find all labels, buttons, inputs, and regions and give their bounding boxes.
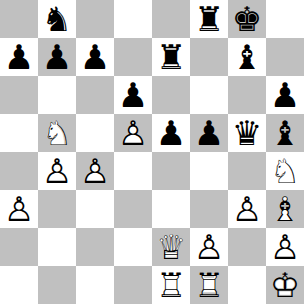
square-b8[interactable]: ♞ (38, 0, 76, 38)
square-e5[interactable]: ♟ (152, 114, 190, 152)
piece-black-pawn[interactable]: ♟ (190, 114, 228, 152)
square-a6[interactable] (0, 76, 38, 114)
square-f1[interactable]: ♜♖ (190, 266, 228, 304)
square-a8[interactable] (0, 0, 38, 38)
piece-black-pawn[interactable]: ♟ (114, 76, 152, 114)
piece-black-bishop[interactable]: ♝ (266, 114, 304, 152)
square-d3[interactable] (114, 190, 152, 228)
square-f2[interactable]: ♟♙ (190, 228, 228, 266)
piece-white-bishop[interactable]: ♗ (266, 190, 304, 228)
square-g8[interactable]: ♚ (228, 0, 266, 38)
square-e2[interactable]: ♛♕ (152, 228, 190, 266)
square-h7[interactable] (266, 38, 304, 76)
square-e3[interactable] (152, 190, 190, 228)
square-b5[interactable]: ♞♘ (38, 114, 76, 152)
piece-black-pawn[interactable]: ♟ (38, 38, 76, 76)
square-g3[interactable]: ♟♙ (228, 190, 266, 228)
square-c2[interactable] (76, 228, 114, 266)
square-e7[interactable]: ♜ (152, 38, 190, 76)
square-c4[interactable]: ♟♙ (76, 152, 114, 190)
square-c1[interactable] (76, 266, 114, 304)
square-d4[interactable] (114, 152, 152, 190)
square-h2[interactable]: ♟♙ (266, 228, 304, 266)
piece-black-knight[interactable]: ♞ (38, 0, 76, 38)
square-f5[interactable]: ♟ (190, 114, 228, 152)
square-g5[interactable]: ♛ (228, 114, 266, 152)
square-g6[interactable] (228, 76, 266, 114)
square-d7[interactable] (114, 38, 152, 76)
piece-white-pawn[interactable]: ♙ (76, 152, 114, 190)
piece-black-queen[interactable]: ♛ (228, 114, 266, 152)
piece-white-pawn[interactable]: ♙ (114, 114, 152, 152)
piece-black-rook[interactable]: ♜ (190, 0, 228, 38)
square-e6[interactable] (152, 76, 190, 114)
square-h6[interactable]: ♟ (266, 76, 304, 114)
piece-white-knight[interactable]: ♘ (38, 114, 76, 152)
square-d1[interactable] (114, 266, 152, 304)
piece-white-pawn[interactable]: ♙ (190, 228, 228, 266)
square-f8[interactable]: ♜ (190, 0, 228, 38)
square-b7[interactable]: ♟ (38, 38, 76, 76)
square-b3[interactable] (38, 190, 76, 228)
square-f3[interactable] (190, 190, 228, 228)
square-a7[interactable]: ♟ (0, 38, 38, 76)
square-a5[interactable] (0, 114, 38, 152)
square-a4[interactable] (0, 152, 38, 190)
square-h5[interactable]: ♝ (266, 114, 304, 152)
square-d6[interactable]: ♟ (114, 76, 152, 114)
square-d8[interactable] (114, 0, 152, 38)
square-f4[interactable] (190, 152, 228, 190)
square-h1[interactable]: ♚♔ (266, 266, 304, 304)
square-a3[interactable]: ♟♙ (0, 190, 38, 228)
chess-board: ♞♜♚♟♟♟♜♝♟♟♞♘♟♙♟♟♛♝♟♙♟♙♞♘♟♙♟♙♝♗♛♕♟♙♟♙♜♖♜♖… (0, 0, 304, 304)
piece-white-king[interactable]: ♔ (266, 266, 304, 304)
square-g4[interactable] (228, 152, 266, 190)
piece-white-knight[interactable]: ♘ (266, 152, 304, 190)
piece-white-pawn[interactable]: ♙ (38, 152, 76, 190)
square-d2[interactable] (114, 228, 152, 266)
square-g7[interactable]: ♝ (228, 38, 266, 76)
square-b4[interactable]: ♟♙ (38, 152, 76, 190)
square-f6[interactable] (190, 76, 228, 114)
piece-white-pawn[interactable]: ♙ (266, 228, 304, 266)
piece-black-king[interactable]: ♚ (228, 0, 266, 38)
square-b2[interactable] (38, 228, 76, 266)
square-c8[interactable] (76, 0, 114, 38)
square-d5[interactable]: ♟♙ (114, 114, 152, 152)
piece-white-rook[interactable]: ♖ (190, 266, 228, 304)
piece-black-pawn[interactable]: ♟ (76, 38, 114, 76)
square-g2[interactable] (228, 228, 266, 266)
piece-white-pawn[interactable]: ♙ (0, 190, 38, 228)
square-c6[interactable] (76, 76, 114, 114)
square-c7[interactable]: ♟ (76, 38, 114, 76)
piece-black-rook[interactable]: ♜ (152, 38, 190, 76)
piece-black-pawn[interactable]: ♟ (0, 38, 38, 76)
square-a2[interactable] (0, 228, 38, 266)
piece-black-pawn[interactable]: ♟ (266, 76, 304, 114)
square-g1[interactable] (228, 266, 266, 304)
piece-white-rook[interactable]: ♖ (152, 266, 190, 304)
square-e1[interactable]: ♜♖ (152, 266, 190, 304)
square-c3[interactable] (76, 190, 114, 228)
square-h8[interactable] (266, 0, 304, 38)
piece-black-bishop[interactable]: ♝ (228, 38, 266, 76)
piece-white-pawn[interactable]: ♙ (228, 190, 266, 228)
square-h4[interactable]: ♞♘ (266, 152, 304, 190)
piece-black-pawn[interactable]: ♟ (152, 114, 190, 152)
square-h3[interactable]: ♝♗ (266, 190, 304, 228)
square-e4[interactable] (152, 152, 190, 190)
square-e8[interactable] (152, 0, 190, 38)
square-a1[interactable] (0, 266, 38, 304)
square-b1[interactable] (38, 266, 76, 304)
piece-white-queen[interactable]: ♕ (152, 228, 190, 266)
square-f7[interactable] (190, 38, 228, 76)
square-b6[interactable] (38, 76, 76, 114)
square-c5[interactable] (76, 114, 114, 152)
